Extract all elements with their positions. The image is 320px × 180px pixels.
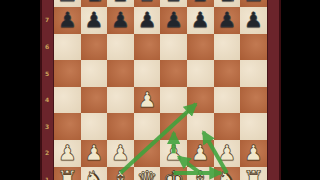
square-b8[interactable]: ♞ bbox=[81, 0, 108, 7]
black-pawn-h7[interactable]: ♟ bbox=[240, 7, 267, 34]
square-e4[interactable] bbox=[160, 87, 187, 114]
square-g3[interactable] bbox=[214, 113, 241, 140]
square-a8[interactable]: ♜ bbox=[54, 0, 81, 7]
square-h1[interactable]: ♜ bbox=[240, 167, 267, 180]
square-g6[interactable] bbox=[214, 34, 241, 61]
square-c8[interactable]: ♝ bbox=[107, 0, 134, 7]
black-bishop-c8[interactable]: ♝ bbox=[107, 0, 134, 7]
square-c3[interactable] bbox=[107, 113, 134, 140]
square-d5[interactable] bbox=[134, 60, 161, 87]
square-h2[interactable]: ♟ bbox=[240, 140, 267, 167]
white-pawn-b2[interactable]: ♟ bbox=[81, 140, 108, 167]
square-a4[interactable] bbox=[54, 87, 81, 114]
black-pawn-a7[interactable]: ♟ bbox=[54, 7, 81, 34]
black-bishop-f8[interactable]: ♝ bbox=[187, 0, 214, 7]
square-f8[interactable]: ♝ bbox=[187, 0, 214, 7]
square-f7[interactable]: ♟ bbox=[187, 7, 214, 34]
rank-label-2: 2 bbox=[40, 149, 54, 157]
white-pawn-a2[interactable]: ♟ bbox=[54, 140, 81, 167]
square-d1[interactable]: ♛ bbox=[134, 167, 161, 180]
square-c5[interactable] bbox=[107, 60, 134, 87]
white-queen-d1[interactable]: ♛ bbox=[134, 167, 161, 180]
rank-label-7: 7 bbox=[40, 16, 54, 24]
square-d8[interactable]: ♛ bbox=[134, 0, 161, 7]
rank-label-6: 6 bbox=[40, 43, 54, 51]
square-e3[interactable] bbox=[160, 113, 187, 140]
square-c7[interactable]: ♟ bbox=[107, 7, 134, 34]
square-f1[interactable]: ♝ bbox=[187, 167, 214, 180]
square-c6[interactable] bbox=[107, 34, 134, 61]
rank-label-3: 3 bbox=[40, 123, 54, 131]
square-c2[interactable]: ♟ bbox=[107, 140, 134, 167]
square-b7[interactable]: ♟ bbox=[81, 7, 108, 34]
square-a7[interactable]: ♟ bbox=[54, 7, 81, 34]
square-d2[interactable] bbox=[134, 140, 161, 167]
black-rook-a8[interactable]: ♜ bbox=[54, 0, 81, 7]
black-pawn-g7[interactable]: ♟ bbox=[214, 7, 241, 34]
rank-label-5: 5 bbox=[40, 70, 54, 78]
square-d6[interactable] bbox=[134, 34, 161, 61]
black-pawn-f7[interactable]: ♟ bbox=[187, 7, 214, 34]
rank-label-1: 1 bbox=[40, 176, 54, 180]
rank-label-4: 4 bbox=[40, 96, 54, 104]
black-pawn-b7[interactable]: ♟ bbox=[81, 7, 108, 34]
square-e8[interactable]: ♚ bbox=[160, 0, 187, 7]
square-f6[interactable] bbox=[187, 34, 214, 61]
square-a1[interactable]: ♜ bbox=[54, 167, 81, 180]
square-e1[interactable]: ♚ bbox=[160, 167, 187, 180]
white-knight-b1[interactable]: ♞ bbox=[81, 167, 108, 180]
square-b1[interactable]: ♞ bbox=[81, 167, 108, 180]
square-g8[interactable]: ♞ bbox=[214, 0, 241, 7]
square-g7[interactable]: ♟ bbox=[214, 7, 241, 34]
video-frame: ♜♞♝♛♚♝♞♜♟♟♟♟♟♟♟♟♟♟♟♟♟♟♟♟♜♞♝♛♚♝♞♜ 7654321 bbox=[0, 0, 320, 180]
white-pawn-d4[interactable]: ♟ bbox=[134, 87, 161, 114]
square-b5[interactable] bbox=[81, 60, 108, 87]
square-b4[interactable] bbox=[81, 87, 108, 114]
square-g2[interactable]: ♟ bbox=[214, 140, 241, 167]
square-c1[interactable]: ♝ bbox=[107, 167, 134, 180]
square-d4[interactable]: ♟ bbox=[134, 87, 161, 114]
square-e6[interactable] bbox=[160, 34, 187, 61]
white-pawn-h2[interactable]: ♟ bbox=[240, 140, 267, 167]
square-g4[interactable] bbox=[214, 87, 241, 114]
square-b2[interactable]: ♟ bbox=[81, 140, 108, 167]
white-bishop-f1[interactable]: ♝ bbox=[187, 167, 214, 180]
white-king-e1[interactable]: ♚ bbox=[160, 167, 187, 180]
square-f4[interactable] bbox=[187, 87, 214, 114]
black-pawn-e7[interactable]: ♟ bbox=[160, 7, 187, 34]
square-a3[interactable] bbox=[54, 113, 81, 140]
white-knight-g1[interactable]: ♞ bbox=[214, 167, 241, 180]
white-pawn-g2[interactable]: ♟ bbox=[214, 140, 241, 167]
black-pawn-c7[interactable]: ♟ bbox=[107, 7, 134, 34]
square-h6[interactable] bbox=[240, 34, 267, 61]
black-queen-d8[interactable]: ♛ bbox=[134, 0, 161, 7]
square-h7[interactable]: ♟ bbox=[240, 7, 267, 34]
white-rook-a1[interactable]: ♜ bbox=[54, 167, 81, 180]
square-f5[interactable] bbox=[187, 60, 214, 87]
square-e2[interactable]: ♟ bbox=[160, 140, 187, 167]
square-h4[interactable] bbox=[240, 87, 267, 114]
black-rook-h8[interactable]: ♜ bbox=[240, 0, 267, 7]
black-pawn-d7[interactable]: ♟ bbox=[134, 7, 161, 34]
square-d7[interactable]: ♟ bbox=[134, 7, 161, 34]
chess-board[interactable]: ♜♞♝♛♚♝♞♜♟♟♟♟♟♟♟♟♟♟♟♟♟♟♟♟♜♞♝♛♚♝♞♜ bbox=[54, 0, 267, 180]
black-knight-g8[interactable]: ♞ bbox=[214, 0, 241, 7]
square-e7[interactable]: ♟ bbox=[160, 7, 187, 34]
square-b3[interactable] bbox=[81, 113, 108, 140]
black-king-e8[interactable]: ♚ bbox=[160, 0, 187, 7]
square-h5[interactable] bbox=[240, 60, 267, 87]
white-rook-h1[interactable]: ♜ bbox=[240, 167, 267, 180]
square-b6[interactable] bbox=[81, 34, 108, 61]
white-pawn-c2[interactable]: ♟ bbox=[107, 140, 134, 167]
square-a5[interactable] bbox=[54, 60, 81, 87]
square-e5[interactable] bbox=[160, 60, 187, 87]
white-pawn-e2[interactable]: ♟ bbox=[160, 140, 187, 167]
white-pawn-f2[interactable]: ♟ bbox=[187, 140, 214, 167]
white-bishop-c1[interactable]: ♝ bbox=[107, 167, 134, 180]
square-a6[interactable] bbox=[54, 34, 81, 61]
square-d3[interactable] bbox=[134, 113, 161, 140]
black-knight-b8[interactable]: ♞ bbox=[81, 0, 108, 7]
square-g1[interactable]: ♞ bbox=[214, 167, 241, 180]
square-g5[interactable] bbox=[214, 60, 241, 87]
square-h3[interactable] bbox=[240, 113, 267, 140]
square-f2[interactable]: ♟ bbox=[187, 140, 214, 167]
square-h8[interactable]: ♜ bbox=[240, 0, 267, 7]
square-a2[interactable]: ♟ bbox=[54, 140, 81, 167]
square-c4[interactable] bbox=[107, 87, 134, 114]
square-f3[interactable] bbox=[187, 113, 214, 140]
